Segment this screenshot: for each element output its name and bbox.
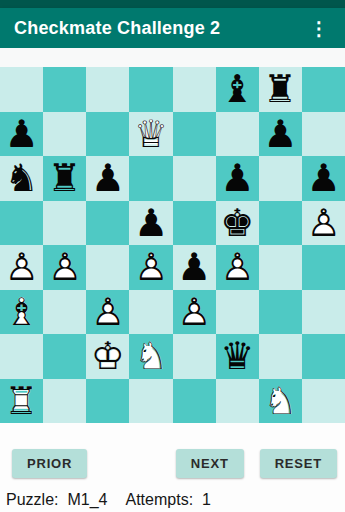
square-h8[interactable]: [302, 67, 345, 112]
square-f1[interactable]: [216, 379, 259, 424]
square-a7[interactable]: ♟: [0, 112, 43, 157]
white-rook-piece[interactable]: ♜♖: [0, 379, 43, 424]
square-a4[interactable]: ♟♙: [0, 245, 43, 290]
white-knight-piece[interactable]: ♞♘: [259, 379, 302, 424]
square-f3[interactable]: [216, 290, 259, 335]
black-rook-piece[interactable]: ♜: [259, 67, 302, 112]
square-g6[interactable]: [259, 156, 302, 201]
black-bishop-piece[interactable]: ♝: [216, 67, 259, 112]
square-g1[interactable]: ♞♘: [259, 379, 302, 424]
square-f4[interactable]: ♟♙: [216, 245, 259, 290]
square-h5[interactable]: ♟♙: [302, 201, 345, 246]
black-pawn-piece[interactable]: ♟: [216, 156, 259, 201]
white-pawn-piece[interactable]: ♟♙: [43, 245, 86, 290]
overflow-menu-icon[interactable]: ⋮: [307, 19, 331, 38]
square-d2[interactable]: ♞♘: [129, 334, 172, 379]
square-e3[interactable]: ♟♙: [173, 290, 216, 335]
square-e2[interactable]: [173, 334, 216, 379]
black-pawn-piece[interactable]: ♟: [302, 156, 345, 201]
app-window: Checkmate Challenge 2 ⋮ ♝♜♟♛♕♟♞♜♟♟♟♟♚♟♙♟…: [0, 0, 345, 512]
square-f5[interactable]: ♚: [216, 201, 259, 246]
white-pawn-piece[interactable]: ♟♙: [0, 245, 43, 290]
white-pawn-piece[interactable]: ♟♙: [173, 290, 216, 335]
square-f8[interactable]: ♝: [216, 67, 259, 112]
white-pawn-piece[interactable]: ♟♙: [302, 201, 345, 246]
attempts-label: Attempts:: [126, 491, 194, 509]
white-knight-piece[interactable]: ♞♘: [129, 334, 172, 379]
square-h3[interactable]: [302, 290, 345, 335]
square-b2[interactable]: [43, 334, 86, 379]
square-d4[interactable]: ♟♙: [129, 245, 172, 290]
square-d7[interactable]: ♛♕: [129, 112, 172, 157]
square-g3[interactable]: [259, 290, 302, 335]
square-h6[interactable]: ♟: [302, 156, 345, 201]
square-f7[interactable]: [216, 112, 259, 157]
white-pawn-piece[interactable]: ♟♙: [86, 290, 129, 335]
square-a2[interactable]: [0, 334, 43, 379]
square-g5[interactable]: [259, 201, 302, 246]
puzzle-controls: PRIOR NEXT RESET: [0, 423, 345, 478]
square-h7[interactable]: [302, 112, 345, 157]
square-d5[interactable]: ♟: [129, 201, 172, 246]
square-g4[interactable]: [259, 245, 302, 290]
android-status-bar: [0, 0, 345, 8]
square-e7[interactable]: [173, 112, 216, 157]
square-c4[interactable]: [86, 245, 129, 290]
white-pawn-piece[interactable]: ♟♙: [216, 245, 259, 290]
puzzle-label: Puzzle:: [6, 491, 58, 509]
square-a1[interactable]: ♜♖: [0, 379, 43, 424]
square-f2[interactable]: ♛: [216, 334, 259, 379]
next-button[interactable]: NEXT: [176, 449, 244, 478]
square-g8[interactable]: ♜: [259, 67, 302, 112]
square-c6[interactable]: ♟: [86, 156, 129, 201]
square-e8[interactable]: [173, 67, 216, 112]
black-pawn-piece[interactable]: ♟: [86, 156, 129, 201]
black-pawn-piece[interactable]: ♟: [129, 201, 172, 246]
status-line: Puzzle: M1_4 Attempts: 1: [0, 478, 345, 509]
black-pawn-piece[interactable]: ♟: [259, 112, 302, 157]
black-rook-piece[interactable]: ♜: [43, 156, 86, 201]
square-c2[interactable]: ♚♔: [86, 334, 129, 379]
white-queen-piece[interactable]: ♛♕: [129, 112, 172, 157]
black-pawn-piece[interactable]: ♟: [173, 245, 216, 290]
black-queen-piece[interactable]: ♛: [216, 334, 259, 379]
square-a5[interactable]: [0, 201, 43, 246]
square-d8[interactable]: [129, 67, 172, 112]
square-e4[interactable]: ♟: [173, 245, 216, 290]
prior-button[interactable]: PRIOR: [12, 449, 87, 478]
white-pawn-piece[interactable]: ♟♙: [129, 245, 172, 290]
square-a3[interactable]: ♝♗: [0, 290, 43, 335]
square-c7[interactable]: [86, 112, 129, 157]
app-title: Checkmate Challenge 2: [14, 18, 307, 39]
square-b5[interactable]: [43, 201, 86, 246]
black-knight-piece[interactable]: ♞: [0, 156, 43, 201]
square-b6[interactable]: ♜: [43, 156, 86, 201]
square-a6[interactable]: ♞: [0, 156, 43, 201]
square-e1[interactable]: [173, 379, 216, 424]
square-c5[interactable]: [86, 201, 129, 246]
white-king-piece[interactable]: ♚♔: [86, 334, 129, 379]
square-d1[interactable]: [129, 379, 172, 424]
square-g2[interactable]: [259, 334, 302, 379]
attempts-count: 1: [202, 491, 211, 509]
square-c8[interactable]: [86, 67, 129, 112]
square-a8[interactable]: [0, 67, 43, 112]
reset-button[interactable]: RESET: [260, 449, 337, 478]
square-b3[interactable]: [43, 290, 86, 335]
square-h1[interactable]: [302, 379, 345, 424]
board-top-margin: [0, 48, 345, 67]
square-b7[interactable]: [43, 112, 86, 157]
square-f6[interactable]: ♟: [216, 156, 259, 201]
chess-board: ♝♜♟♛♕♟♞♜♟♟♟♟♚♟♙♟♙♟♙♟♙♟♟♙♝♗♟♙♟♙♚♔♞♘♛♜♖♞♘: [0, 67, 345, 423]
square-g7[interactable]: ♟: [259, 112, 302, 157]
square-d3[interactable]: [129, 290, 172, 335]
square-e6[interactable]: [173, 156, 216, 201]
square-c1[interactable]: [86, 379, 129, 424]
black-pawn-piece[interactable]: ♟: [0, 112, 43, 157]
square-b8[interactable]: [43, 67, 86, 112]
square-c3[interactable]: ♟♙: [86, 290, 129, 335]
square-h4[interactable]: [302, 245, 345, 290]
puzzle-id: M1_4: [67, 491, 107, 509]
white-bishop-piece[interactable]: ♝♗: [0, 290, 43, 335]
app-bar: Checkmate Challenge 2 ⋮: [0, 8, 345, 48]
square-d6[interactable]: [129, 156, 172, 201]
black-king-piece[interactable]: ♚: [216, 201, 259, 246]
square-b1[interactable]: [43, 379, 86, 424]
square-e5[interactable]: [173, 201, 216, 246]
square-h2[interactable]: [302, 334, 345, 379]
square-b4[interactable]: ♟♙: [43, 245, 86, 290]
